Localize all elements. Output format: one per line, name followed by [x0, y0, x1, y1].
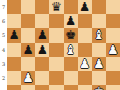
rank-label-4: 4	[0, 43, 7, 57]
piece-black-pawn[interactable]: ♟	[65, 14, 76, 28]
square-e5[interactable]: ♚	[64, 28, 78, 42]
square-c5[interactable]: ♟	[35, 28, 49, 42]
square-d1[interactable]	[49, 85, 63, 90]
square-c1[interactable]	[35, 85, 49, 90]
square-c3[interactable]	[35, 57, 49, 71]
square-g7[interactable]	[92, 0, 106, 14]
square-a7[interactable]	[7, 0, 21, 14]
chess-board[interactable]: ♛♟♟♟♟♚♝♟♟♝♟♟♟♟♚	[7, 0, 120, 90]
square-f6[interactable]	[78, 14, 92, 28]
square-f2[interactable]	[78, 71, 92, 85]
rank-label-1: 1	[0, 85, 7, 90]
square-a4[interactable]	[7, 43, 21, 57]
square-d3[interactable]	[49, 57, 63, 71]
rank-label-6: 6	[0, 14, 7, 28]
square-h7[interactable]	[106, 0, 120, 14]
square-b2[interactable]: ♟	[21, 71, 35, 85]
square-d7[interactable]: ♛	[49, 0, 63, 14]
square-e1[interactable]	[64, 85, 78, 90]
square-c7[interactable]	[35, 0, 49, 14]
square-f5[interactable]	[78, 28, 92, 42]
square-f7[interactable]: ♟	[78, 0, 92, 14]
square-a3[interactable]	[7, 57, 21, 71]
square-h6[interactable]	[106, 14, 120, 28]
piece-black-pawn[interactable]: ♟	[23, 43, 34, 57]
square-a6[interactable]	[7, 14, 21, 28]
piece-white-king[interactable]: ♚	[93, 85, 104, 90]
piece-black-pawn[interactable]: ♟	[37, 28, 48, 42]
piece-black-king[interactable]: ♚	[65, 28, 76, 42]
square-f4[interactable]	[78, 43, 92, 57]
square-f3[interactable]: ♟	[78, 57, 92, 71]
piece-black-pawn[interactable]: ♟	[37, 43, 48, 57]
square-h2[interactable]	[106, 71, 120, 85]
piece-white-pawn[interactable]: ♟	[23, 71, 34, 85]
square-h1[interactable]	[106, 85, 120, 90]
square-e3[interactable]	[64, 57, 78, 71]
square-c6[interactable]	[35, 14, 49, 28]
piece-white-pawn[interactable]: ♟	[93, 57, 104, 71]
square-d6[interactable]	[49, 14, 63, 28]
rank-label-3: 3	[0, 57, 7, 71]
square-h4[interactable]: ♟	[106, 43, 120, 57]
square-a2[interactable]	[7, 71, 21, 85]
square-b4[interactable]: ♟	[21, 43, 35, 57]
square-g1[interactable]: ♚	[92, 85, 106, 90]
square-a5[interactable]: ♟	[7, 28, 21, 42]
square-g3[interactable]: ♟	[92, 57, 106, 71]
square-h3[interactable]	[106, 57, 120, 71]
square-e4[interactable]: ♝	[64, 43, 78, 57]
piece-black-pawn[interactable]: ♟	[79, 0, 90, 14]
square-b6[interactable]	[21, 14, 35, 28]
rank-label-strip: 7654321	[0, 0, 7, 90]
rank-label-2: 2	[0, 71, 7, 85]
piece-white-bishop[interactable]: ♝	[93, 28, 104, 42]
square-b7[interactable]	[21, 0, 35, 14]
square-d2[interactable]	[49, 71, 63, 85]
square-e6[interactable]: ♟	[64, 14, 78, 28]
chess-board-viewport: 7654321 ♛♟♟♟♟♚♝♟♟♝♟♟♟♟♚	[0, 0, 120, 90]
square-b1[interactable]	[21, 85, 35, 90]
square-g4[interactable]	[92, 43, 106, 57]
square-g6[interactable]	[92, 14, 106, 28]
piece-white-pawn[interactable]: ♟	[79, 57, 90, 71]
square-d5[interactable]	[49, 28, 63, 42]
square-d4[interactable]	[49, 43, 63, 57]
square-c2[interactable]	[35, 71, 49, 85]
square-g5[interactable]: ♝	[92, 28, 106, 42]
piece-black-queen[interactable]: ♛	[51, 0, 62, 14]
piece-white-pawn[interactable]: ♟	[107, 43, 118, 57]
square-g2[interactable]	[92, 71, 106, 85]
square-b5[interactable]	[21, 28, 35, 42]
piece-black-pawn[interactable]: ♟	[8, 28, 19, 42]
square-e2[interactable]	[64, 71, 78, 85]
square-e7[interactable]	[64, 0, 78, 14]
square-c4[interactable]: ♟	[35, 43, 49, 57]
square-h5[interactable]	[106, 28, 120, 42]
piece-white-bishop[interactable]: ♝	[65, 43, 76, 57]
square-f1[interactable]	[78, 85, 92, 90]
rank-label-7: 7	[0, 0, 7, 14]
square-b3[interactable]	[21, 57, 35, 71]
square-a1[interactable]	[7, 85, 21, 90]
rank-label-5: 5	[0, 28, 7, 42]
